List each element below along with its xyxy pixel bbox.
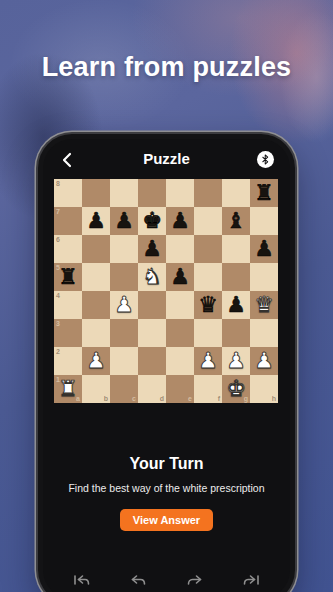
file-label: e [188, 395, 192, 402]
white-queen: ♛ [250, 291, 278, 319]
board-square-d5[interactable]: ♞ [138, 263, 166, 291]
board-square-c8[interactable] [110, 179, 138, 207]
board-square-d6[interactable]: ♟ [138, 235, 166, 263]
board-square-g3[interactable] [222, 319, 250, 347]
board-square-d7[interactable]: ♚ [138, 207, 166, 235]
file-label: b [104, 395, 108, 402]
board-square-f4[interactable]: ♛ [194, 291, 222, 319]
board-square-h2[interactable]: ♟ [250, 347, 278, 375]
board-square-c1[interactable]: c [110, 375, 138, 403]
board-square-d2[interactable] [138, 347, 166, 375]
board-square-b1[interactable]: b [82, 375, 110, 403]
board-square-d1[interactable]: d [138, 375, 166, 403]
board-square-h3[interactable] [250, 319, 278, 347]
board-square-g6[interactable] [222, 235, 250, 263]
black-pawn: ♟ [222, 291, 250, 319]
rank-label: 7 [56, 208, 60, 215]
board-square-h4[interactable]: ♛ [250, 291, 278, 319]
bluetooth-button[interactable] [257, 151, 274, 168]
board-square-f3[interactable] [194, 319, 222, 347]
board-square-a6[interactable]: 6 [54, 235, 82, 263]
app-promo-screen: Learn from puzzles Puzzle [0, 0, 333, 592]
turn-panel: Your Turn Find the best way of the white… [43, 455, 290, 531]
skip-to-end-button[interactable] [243, 572, 261, 588]
white-knight: ♞ [138, 263, 166, 291]
board-square-e1[interactable]: e [166, 375, 194, 403]
white-pawn: ♟ [222, 347, 250, 375]
skip-to-start-icon [73, 573, 90, 587]
skip-to-end-icon [243, 573, 260, 587]
board-square-b4[interactable] [82, 291, 110, 319]
board-square-a8[interactable]: 8 [54, 179, 82, 207]
board-square-g7[interactable]: ♝ [222, 207, 250, 235]
board-square-h1[interactable]: h [250, 375, 278, 403]
board-square-d3[interactable] [138, 319, 166, 347]
board-square-e5[interactable]: ♟ [166, 263, 194, 291]
file-label: d [160, 395, 164, 402]
board-square-h7[interactable] [250, 207, 278, 235]
file-label: g [244, 395, 248, 402]
board-square-b7[interactable]: ♟ [82, 207, 110, 235]
black-queen: ♛ [194, 291, 222, 319]
board-square-c6[interactable] [110, 235, 138, 263]
board-square-a1[interactable]: 1a♜ [54, 375, 82, 403]
board-square-c7[interactable]: ♟ [110, 207, 138, 235]
white-pawn: ♟ [110, 291, 138, 319]
black-pawn: ♟ [82, 207, 110, 235]
board-square-b2[interactable]: ♟ [82, 347, 110, 375]
board-square-e2[interactable] [166, 347, 194, 375]
board-square-f5[interactable] [194, 263, 222, 291]
board-square-d4[interactable] [138, 291, 166, 319]
board-square-g4[interactable]: ♟ [222, 291, 250, 319]
board-square-g2[interactable]: ♟ [222, 347, 250, 375]
board-square-e3[interactable] [166, 319, 194, 347]
board-square-c2[interactable] [110, 347, 138, 375]
rank-label: 3 [56, 320, 60, 327]
black-bishop: ♝ [222, 207, 250, 235]
board-square-a3[interactable]: 3 [54, 319, 82, 347]
board-square-a5[interactable]: 5♜ [54, 263, 82, 291]
board-square-a4[interactable]: 4 [54, 291, 82, 319]
black-pawn: ♟ [250, 235, 278, 263]
board-square-a7[interactable]: 7 [54, 207, 82, 235]
file-label: c [132, 395, 136, 402]
move-navbar [53, 569, 280, 591]
board-square-a2[interactable]: 2 [54, 347, 82, 375]
board-square-f8[interactable] [194, 179, 222, 207]
board-square-b3[interactable] [82, 319, 110, 347]
black-pawn: ♟ [138, 235, 166, 263]
white-pawn: ♟ [194, 347, 222, 375]
undo-move-button[interactable] [129, 572, 147, 588]
board-square-c5[interactable] [110, 263, 138, 291]
redo-arrow-icon [187, 573, 202, 587]
board-square-g5[interactable] [222, 263, 250, 291]
board-square-f1[interactable]: f [194, 375, 222, 403]
board-square-h6[interactable]: ♟ [250, 235, 278, 263]
black-pawn: ♟ [166, 207, 194, 235]
board-square-g1[interactable]: g♚ [222, 375, 250, 403]
hero-title: Learn from puzzles [0, 52, 333, 83]
turn-subtitle: Find the best way of the white prescript… [43, 482, 290, 494]
board-square-e8[interactable] [166, 179, 194, 207]
phone-mockup: Puzzle 8♜7♟♟♚♟♝6♟♟5♜♞♟4♟♛♟♛32♟♟♟♟1a♜bcde… [38, 134, 295, 592]
board-square-b6[interactable] [82, 235, 110, 263]
rank-label: 5 [56, 264, 60, 271]
black-rook: ♜ [250, 179, 278, 207]
board-square-c3[interactable] [110, 319, 138, 347]
black-pawn: ♟ [110, 207, 138, 235]
board-square-e4[interactable] [166, 291, 194, 319]
redo-move-button[interactable] [186, 572, 204, 588]
skip-to-start-button[interactable] [72, 572, 90, 588]
file-label: f [218, 395, 220, 402]
board-square-e6[interactable] [166, 235, 194, 263]
page-title: Puzzle [43, 150, 290, 167]
board-square-b8[interactable] [82, 179, 110, 207]
board-square-e7[interactable]: ♟ [166, 207, 194, 235]
rank-label: 8 [56, 180, 60, 187]
board-square-f2[interactable]: ♟ [194, 347, 222, 375]
board-square-h8[interactable]: ♜ [250, 179, 278, 207]
bluetooth-icon [260, 151, 271, 169]
turn-title: Your Turn [43, 455, 290, 473]
undo-arrow-icon [131, 573, 146, 587]
black-king: ♚ [138, 207, 166, 235]
file-label: h [272, 395, 276, 402]
white-pawn: ♟ [82, 347, 110, 375]
board-square-c4[interactable]: ♟ [110, 291, 138, 319]
rank-label: 1 [56, 376, 60, 383]
chess-board[interactable]: 8♜7♟♟♚♟♝6♟♟5♜♞♟4♟♛♟♛32♟♟♟♟1a♜bcdefg♚h [54, 179, 278, 403]
board-square-b5[interactable] [82, 263, 110, 291]
view-answer-button[interactable]: View Answer [120, 509, 213, 531]
board-square-f7[interactable] [194, 207, 222, 235]
board-square-h5[interactable] [250, 263, 278, 291]
board-square-f6[interactable] [194, 235, 222, 263]
file-label: a [76, 395, 80, 402]
phone-screen: Puzzle 8♜7♟♟♚♟♝6♟♟5♜♞♟4♟♛♟♛32♟♟♟♟1a♜bcde… [43, 139, 290, 592]
black-pawn: ♟ [166, 263, 194, 291]
rank-label: 4 [56, 292, 60, 299]
app-header: Puzzle [43, 139, 290, 179]
white-pawn: ♟ [250, 347, 278, 375]
board-square-d8[interactable] [138, 179, 166, 207]
board-square-g8[interactable] [222, 179, 250, 207]
rank-label: 2 [56, 348, 60, 355]
rank-label: 6 [56, 236, 60, 243]
